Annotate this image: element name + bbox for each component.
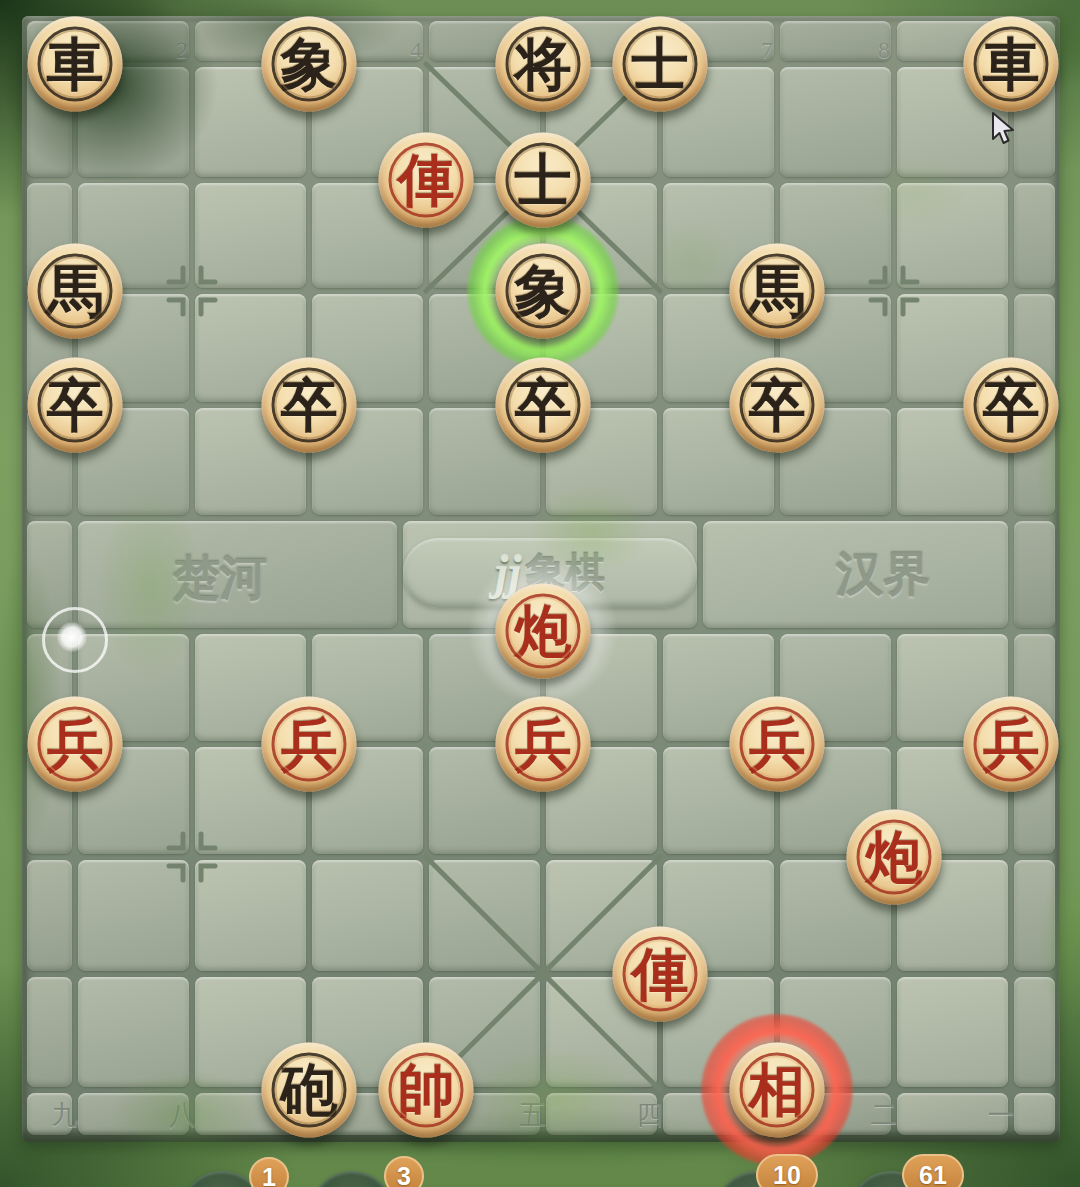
piece-glyph: 俥 — [632, 946, 689, 1003]
board-slab — [897, 977, 1008, 1087]
piece-red-general[interactable]: 帥 — [379, 1043, 474, 1138]
piece-red-cannon[interactable]: 炮 — [847, 810, 942, 905]
piece-red-soldier[interactable]: 兵 — [730, 697, 825, 792]
board-slab — [78, 1093, 189, 1135]
piece-glyph: 兵 — [47, 716, 104, 773]
piece-glyph: 車 — [47, 36, 104, 93]
piece-black-advisor[interactable]: 士 — [496, 133, 591, 228]
piece-black-advisor[interactable]: 士 — [613, 17, 708, 112]
piece-black-soldier[interactable]: 卒 — [28, 358, 123, 453]
board-slab — [703, 521, 1008, 628]
piece-glyph: 象 — [515, 263, 572, 320]
piece-glyph: 馬 — [749, 263, 806, 320]
count-badge: 3 — [384, 1156, 424, 1187]
piece-black-elephant[interactable]: 象 — [496, 244, 591, 339]
board-slab — [1014, 1093, 1055, 1135]
piece-glyph: 炮 — [515, 603, 572, 660]
piece-red-elephant[interactable]: 相 — [730, 1043, 825, 1138]
piece-black-elephant[interactable]: 象 — [262, 17, 357, 112]
piece-glyph: 兵 — [749, 716, 806, 773]
piece-black-chariot[interactable]: 車 — [964, 17, 1059, 112]
board-slab — [897, 1093, 1008, 1135]
tray-button[interactable] — [311, 1171, 393, 1187]
board-slab — [27, 521, 72, 628]
board-slab — [27, 860, 72, 971]
piece-black-chariot[interactable]: 車 — [28, 17, 123, 112]
board-slab — [546, 1093, 657, 1135]
piece-black-horse[interactable]: 馬 — [28, 244, 123, 339]
piece-glyph: 車 — [983, 36, 1040, 93]
board-slab — [27, 977, 72, 1087]
piece-black-soldier[interactable]: 卒 — [730, 358, 825, 453]
board-slab — [78, 977, 189, 1087]
board-slab — [429, 860, 540, 971]
game-screen: 楚河 jj 象棋 汉界 123456789 九八七六五四三二一 車象将士車俥士馬… — [0, 0, 1080, 1187]
piece-black-soldier[interactable]: 卒 — [964, 358, 1059, 453]
piece-red-soldier[interactable]: 兵 — [964, 697, 1059, 792]
piece-red-chariot[interactable]: 俥 — [379, 133, 474, 228]
piece-black-soldier[interactable]: 卒 — [262, 358, 357, 453]
piece-glyph: 卒 — [749, 377, 806, 434]
count-badge: 10 — [756, 1154, 818, 1187]
piece-glyph: 象 — [281, 36, 338, 93]
piece-black-soldier[interactable]: 卒 — [496, 358, 591, 453]
board-slab — [780, 67, 891, 177]
board-slab — [195, 183, 306, 288]
piece-glyph: 士 — [515, 152, 572, 209]
board-slab — [195, 860, 306, 971]
piece-glyph: 砲 — [281, 1062, 338, 1119]
piece-red-soldier[interactable]: 兵 — [262, 697, 357, 792]
board-slab — [1014, 977, 1055, 1087]
count-badge: 61 — [902, 1154, 964, 1187]
piece-glyph: 兵 — [515, 716, 572, 773]
piece-black-horse[interactable]: 馬 — [730, 244, 825, 339]
piece-glyph: 卒 — [47, 377, 104, 434]
piece-black-cannon[interactable]: 砲 — [262, 1043, 357, 1138]
piece-glyph: 卒 — [281, 377, 338, 434]
piece-glyph: 卒 — [983, 377, 1040, 434]
board-slab — [1014, 521, 1055, 628]
piece-glyph: 兵 — [281, 716, 338, 773]
piece-red-chariot[interactable]: 俥 — [613, 927, 708, 1022]
piece-glyph: 馬 — [47, 263, 104, 320]
piece-glyph: 将 — [515, 36, 572, 93]
piece-glyph: 炮 — [866, 829, 923, 886]
board-slab — [27, 1093, 72, 1135]
piece-glyph: 士 — [632, 36, 689, 93]
piece-red-soldier[interactable]: 兵 — [28, 697, 123, 792]
board-slab — [897, 183, 1008, 288]
piece-glyph: 帥 — [398, 1062, 455, 1119]
piece-red-cannon[interactable]: 炮 — [496, 584, 591, 679]
piece-glyph: 相 — [749, 1062, 806, 1119]
board-slab — [780, 21, 891, 61]
count-badge: 1 — [249, 1157, 289, 1187]
piece-glyph: 俥 — [398, 152, 455, 209]
piece-glyph: 兵 — [983, 716, 1040, 773]
board-slab — [1014, 860, 1055, 971]
board-slab — [1014, 183, 1055, 288]
piece-glyph: 卒 — [515, 377, 572, 434]
board-slab — [78, 860, 189, 971]
piece-black-general[interactable]: 将 — [496, 17, 591, 112]
board-slab — [312, 860, 423, 971]
board-slab — [78, 521, 397, 628]
piece-red-soldier[interactable]: 兵 — [496, 697, 591, 792]
